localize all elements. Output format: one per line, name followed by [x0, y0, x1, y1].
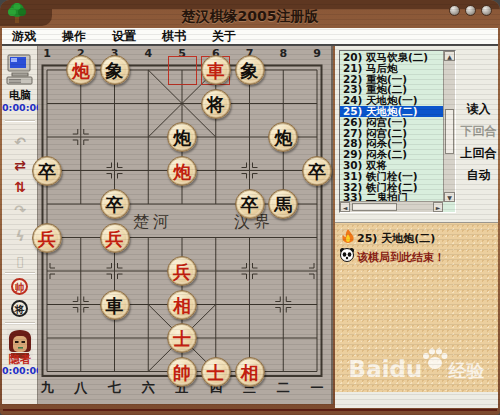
scroll-down-icon[interactable]: ▼ — [444, 192, 455, 202]
file-label-bottom-4: 六 — [138, 379, 158, 397]
file-label-bottom-8: 二 — [273, 379, 293, 397]
flip-board-icon[interactable]: ⇅ — [2, 179, 38, 195]
flame-icon — [341, 229, 355, 244]
button-读入[interactable]: 读入 — [459, 101, 498, 118]
piece-black-卒[interactable]: 卒 — [100, 189, 130, 219]
xiangqi-board[interactable]: 楚河 汉界 123456789九八七六五四三二一 炮車炮兵兵兵相士帥士相象象将炮… — [38, 46, 333, 404]
endgame-move-list[interactable]: 20) 双马饮泉(二)21) 马后炮22) 重炮(一)23) 重炮(二)24) … — [339, 50, 456, 213]
piece-black-卒[interactable]: 卒 — [302, 156, 332, 186]
redo-icon[interactable]: ↷ — [2, 202, 38, 218]
menu-item-1[interactable]: 操作 — [62, 28, 86, 45]
file-label-bottom-2: 八 — [71, 379, 91, 397]
status-message: 该棋局到此结束！ — [357, 250, 445, 265]
piece-red-帥[interactable]: 帥 — [167, 357, 197, 387]
button-上回合[interactable]: 上回合 — [459, 145, 498, 162]
piece-black-将[interactable]: 将 — [201, 89, 231, 119]
red-king-badge-icon[interactable]: 帅 — [11, 278, 28, 295]
file-label-top-8: 8 — [273, 47, 293, 60]
piece-black-象[interactable]: 象 — [100, 55, 130, 85]
piece-red-士[interactable]: 士 — [167, 323, 197, 353]
left-toolbar: 电脑 0:00:00 ↶⇄⇅↷ϟ▯ 帅 将 隐者 0:00:00 — [2, 46, 38, 404]
piece-red-士[interactable]: 士 — [201, 357, 231, 387]
piece-red-兵[interactable]: 兵 — [167, 256, 197, 286]
move-list-item-6[interactable]: 26) 闷宫(一) — [340, 117, 443, 128]
menu-bar: 游戏操作设置棋书关于 — [2, 28, 498, 46]
piece-black-卒[interactable]: 卒 — [235, 189, 265, 219]
bottom-player-clock: 0:00:00 — [2, 365, 38, 376]
piece-red-相[interactable]: 相 — [167, 290, 197, 320]
piece-black-炮[interactable]: 炮 — [167, 122, 197, 152]
watermark-brand: Baidu — [349, 356, 423, 382]
panda-icon — [339, 247, 355, 263]
menu-item-4[interactable]: 关于 — [212, 28, 236, 45]
current-endgame-title: 25) 天地炮(二) — [357, 231, 435, 246]
undo-icon[interactable]: ↶ — [2, 134, 38, 150]
right-panel: 20) 双马饮泉(二)21) 马后炮22) 重炮(一)23) 重炮(二)24) … — [335, 46, 498, 408]
toolbar-divider — [5, 322, 35, 323]
paw-icon — [422, 347, 448, 371]
titlebar[interactable]: 楚汉棋缘2005注册版 — [0, 0, 500, 28]
vertical-scrollbar[interactable]: ▲ ▼ — [443, 51, 455, 202]
maximize-button[interactable] — [465, 5, 476, 16]
bottom-frame-line — [3, 409, 497, 411]
horizontal-scroll-thumb[interactable] — [352, 203, 397, 211]
top-player-label: 电脑 — [2, 88, 38, 103]
computer-icon — [6, 54, 34, 86]
window-title: 楚汉棋缘2005注册版 — [0, 8, 500, 26]
piece-red-車[interactable]: 車 — [201, 55, 231, 85]
piece-red-兵[interactable]: 兵 — [32, 223, 62, 253]
piece-red-相[interactable]: 相 — [235, 357, 265, 387]
move-list-item-1[interactable]: 21) 马后炮 — [340, 63, 443, 74]
info-panel: 25) 天地炮(二) 该棋局到此结束！ Baidu 经验 jingy — [335, 222, 498, 392]
piece-red-兵[interactable]: 兵 — [100, 223, 130, 253]
horizontal-scrollbar[interactable]: ◄ ► — [340, 201, 443, 212]
file-label-bottom-9: 一 — [307, 379, 327, 397]
black-king-badge-icon[interactable]: 将 — [11, 300, 28, 317]
scroll-left-icon[interactable]: ◄ — [340, 202, 350, 212]
notation-sheet-icon[interactable]: ▯ — [2, 253, 38, 269]
scroll-right-icon[interactable]: ► — [433, 202, 443, 212]
menu-item-2[interactable]: 设置 — [112, 28, 136, 45]
piece-red-炮[interactable]: 炮 — [66, 55, 96, 85]
river-label-left: 楚河 — [133, 212, 173, 233]
watermark-word: 经验 — [448, 360, 484, 381]
piece-black-象[interactable]: 象 — [235, 55, 265, 85]
piece-black-卒[interactable]: 卒 — [32, 156, 62, 186]
menu-item-3[interactable]: 棋书 — [162, 28, 186, 45]
menu-item-0[interactable]: 游戏 — [12, 28, 36, 45]
button-下回合: 下回合 — [459, 123, 498, 140]
button-自动[interactable]: 自动 — [459, 167, 498, 184]
piece-red-炮[interactable]: 炮 — [167, 156, 197, 186]
scroll-up-icon[interactable]: ▲ — [444, 51, 455, 61]
file-label-top-1: 1 — [37, 47, 57, 60]
last-move-from-marker — [168, 56, 197, 85]
baidu-watermark: Baidu 经验 — [335, 353, 498, 383]
vertical-scroll-thumb[interactable] — [445, 109, 454, 154]
piece-black-車[interactable]: 車 — [100, 290, 130, 320]
close-button[interactable] — [481, 5, 492, 16]
minimize-button[interactable] — [449, 5, 460, 16]
app-window: 楚汉棋缘2005注册版 游戏操作设置棋书关于 电脑 0:00:00 ↶⇄⇅↷ϟ▯… — [0, 0, 500, 415]
move-list-item-11[interactable]: 31) 铁门栓(一) — [340, 171, 443, 182]
file-label-bottom-3: 七 — [105, 379, 125, 397]
window-controls — [449, 5, 492, 16]
file-label-top-4: 4 — [138, 47, 158, 60]
file-label-bottom-1: 九 — [37, 379, 57, 397]
top-player-clock: 0:00:00 — [2, 102, 38, 113]
toolbar-divider — [5, 120, 35, 121]
toolbar-divider — [5, 272, 35, 273]
file-label-top-9: 9 — [307, 47, 327, 60]
